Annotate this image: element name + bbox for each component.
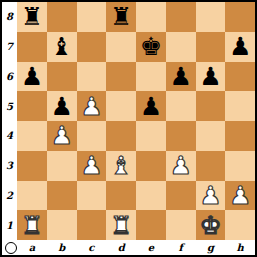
- square-h6[interactable]: [225, 62, 255, 92]
- square-b3[interactable]: [47, 151, 77, 181]
- square-b6[interactable]: [47, 62, 77, 92]
- white-pawn-icon: ♟: [80, 94, 102, 119]
- white-pawn-icon: ♟: [50, 123, 72, 148]
- board: ♜♜♝♚♟♟♟♟♟♟♟♟♟♝♟♟♟♜♜♚: [17, 2, 255, 240]
- square-b4[interactable]: ♟: [47, 121, 77, 151]
- square-e5[interactable]: ♟: [136, 91, 166, 121]
- square-h8[interactable]: [225, 2, 255, 32]
- square-b7[interactable]: ♝: [47, 32, 77, 62]
- square-d7[interactable]: [106, 32, 136, 62]
- square-g1[interactable]: ♚: [196, 210, 226, 240]
- square-h5[interactable]: [225, 91, 255, 121]
- rank-label-7: 7: [2, 32, 17, 62]
- square-h2[interactable]: ♟: [225, 181, 255, 211]
- square-b2[interactable]: [47, 181, 77, 211]
- white-king-icon: ♚: [199, 213, 221, 238]
- square-g8[interactable]: [196, 2, 226, 32]
- square-c5[interactable]: ♟: [77, 91, 107, 121]
- square-f7[interactable]: [166, 32, 196, 62]
- black-pawn-icon: ♟: [169, 64, 191, 89]
- square-a8[interactable]: ♜: [17, 2, 47, 32]
- black-pawn-icon: ♟: [140, 94, 162, 119]
- square-f6[interactable]: ♟: [166, 62, 196, 92]
- file-label-h: h: [225, 240, 255, 255]
- square-c3[interactable]: ♟: [77, 151, 107, 181]
- file-label-f: f: [166, 240, 196, 255]
- black-king-icon: ♚: [140, 34, 162, 59]
- black-pawn-icon: ♟: [199, 64, 221, 89]
- square-f4[interactable]: [166, 121, 196, 151]
- file-label-g: g: [196, 240, 226, 255]
- white-rook-icon: ♜: [110, 213, 132, 238]
- square-b1[interactable]: [47, 210, 77, 240]
- square-a2[interactable]: [17, 181, 47, 211]
- square-b5[interactable]: ♟: [47, 91, 77, 121]
- square-e1[interactable]: [136, 210, 166, 240]
- square-f3[interactable]: ♟: [166, 151, 196, 181]
- file-labels: abcdefgh: [17, 240, 255, 255]
- square-g4[interactable]: [196, 121, 226, 151]
- square-c4[interactable]: [77, 121, 107, 151]
- chess-diagram: 87654321 ♜♜♝♚♟♟♟♟♟♟♟♟♟♝♟♟♟♜♜♚ abcdefgh: [0, 0, 257, 257]
- rank-label-4: 4: [2, 121, 17, 151]
- square-h1[interactable]: [225, 210, 255, 240]
- square-c8[interactable]: [77, 2, 107, 32]
- square-a6[interactable]: ♟: [17, 62, 47, 92]
- square-e7[interactable]: ♚: [136, 32, 166, 62]
- white-pawn-icon: ♟: [199, 183, 221, 208]
- square-d6[interactable]: [106, 62, 136, 92]
- file-label-c: c: [77, 240, 107, 255]
- square-c6[interactable]: [77, 62, 107, 92]
- square-a7[interactable]: [17, 32, 47, 62]
- square-f5[interactable]: [166, 91, 196, 121]
- square-d1[interactable]: ♜: [106, 210, 136, 240]
- white-to-move-indicator: [5, 242, 17, 254]
- square-g6[interactable]: ♟: [196, 62, 226, 92]
- file-label-d: d: [106, 240, 136, 255]
- black-pawn-icon: ♟: [229, 34, 251, 59]
- file-label-b: b: [47, 240, 77, 255]
- square-c1[interactable]: [77, 210, 107, 240]
- square-e8[interactable]: [136, 2, 166, 32]
- black-rook-icon: ♜: [110, 4, 132, 29]
- square-h7[interactable]: ♟: [225, 32, 255, 62]
- square-a3[interactable]: [17, 151, 47, 181]
- rank-label-1: 1: [2, 210, 17, 240]
- rank-label-5: 5: [2, 91, 17, 121]
- square-e3[interactable]: [136, 151, 166, 181]
- square-d2[interactable]: [106, 181, 136, 211]
- file-label-a: a: [17, 240, 47, 255]
- square-d5[interactable]: [106, 91, 136, 121]
- rank-label-8: 8: [2, 2, 17, 32]
- rank-label-3: 3: [2, 151, 17, 181]
- white-pawn-icon: ♟: [169, 153, 191, 178]
- square-g5[interactable]: [196, 91, 226, 121]
- rank-label-6: 6: [2, 62, 17, 92]
- square-g3[interactable]: [196, 151, 226, 181]
- square-b8[interactable]: [47, 2, 77, 32]
- white-pawn-icon: ♟: [229, 183, 251, 208]
- black-rook-icon: ♜: [21, 4, 43, 29]
- square-a1[interactable]: ♜: [17, 210, 47, 240]
- square-g2[interactable]: ♟: [196, 181, 226, 211]
- black-bishop-icon: ♝: [50, 34, 72, 59]
- square-c7[interactable]: [77, 32, 107, 62]
- square-d3[interactable]: ♝: [106, 151, 136, 181]
- square-f8[interactable]: [166, 2, 196, 32]
- square-g7[interactable]: [196, 32, 226, 62]
- white-pawn-icon: ♟: [80, 153, 102, 178]
- square-c2[interactable]: [77, 181, 107, 211]
- square-f2[interactable]: [166, 181, 196, 211]
- square-h3[interactable]: [225, 151, 255, 181]
- file-label-e: e: [136, 240, 166, 255]
- square-d4[interactable]: [106, 121, 136, 151]
- square-d8[interactable]: ♜: [106, 2, 136, 32]
- square-h4[interactable]: [225, 121, 255, 151]
- square-e4[interactable]: [136, 121, 166, 151]
- rank-label-2: 2: [2, 181, 17, 211]
- square-e6[interactable]: [136, 62, 166, 92]
- rank-labels: 87654321: [2, 2, 17, 240]
- white-rook-icon: ♜: [21, 213, 43, 238]
- square-e2[interactable]: [136, 181, 166, 211]
- square-f1[interactable]: [166, 210, 196, 240]
- black-pawn-icon: ♟: [50, 94, 72, 119]
- square-a5[interactable]: [17, 91, 47, 121]
- white-bishop-icon: ♝: [110, 153, 132, 178]
- black-pawn-icon: ♟: [21, 64, 43, 89]
- square-a4[interactable]: [17, 121, 47, 151]
